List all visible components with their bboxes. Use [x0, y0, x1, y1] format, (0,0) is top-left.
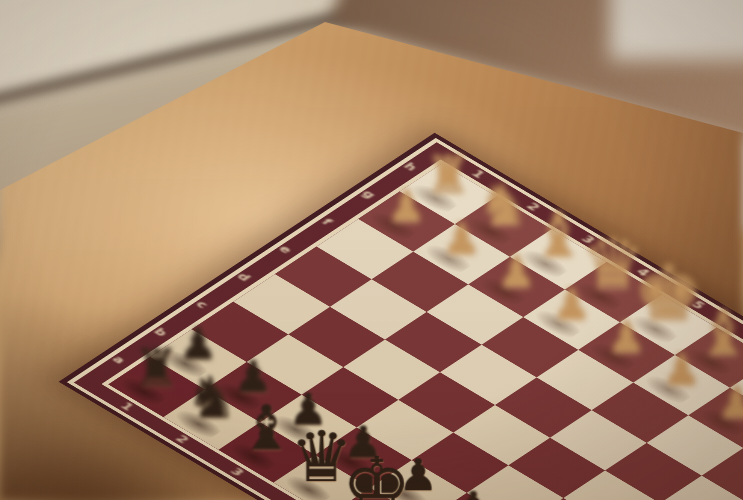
- black-king-icon: ♚: [342, 447, 412, 500]
- photograph: 11hh22gg33ff44ee55dd66cc77bb88aa ♜♞♝♛♚♝♞…: [0, 0, 743, 500]
- white-knight-icon: ♞: [477, 176, 529, 234]
- chess-board: 11hh22gg33ff44ee55dd66cc77bb88aa ♜♞♝♛♚♝♞…: [59, 133, 743, 500]
- black-pawn-icon: ♟: [179, 322, 218, 366]
- white-pawn-icon: ♟: [497, 250, 536, 294]
- coord-letter-f: f: [317, 216, 337, 228]
- coord-letter-e: e: [275, 243, 295, 255]
- coord-letter-g: g: [358, 188, 378, 200]
- board-pieces: ♜♞♝♛♚♝♞♜♟♟♟♟♟♟♟♟♟♟♟♟♟♟♟♟♜♞♝♛♚♝♞♜: [108, 164, 743, 500]
- black-pawn-icon: ♟: [399, 453, 438, 497]
- board-tilt: 11hh22gg33ff44ee55dd66cc77bb88aa ♜♞♝♛♚♝♞…: [59, 133, 743, 500]
- white-rook-icon: ♜: [425, 149, 472, 201]
- board-scene: 11hh22gg33ff44ee55dd66cc77bb88aa ♜♞♝♛♚♝♞…: [0, 0, 743, 500]
- white-bishop-icon: ♝: [695, 303, 743, 365]
- coord-letter-h: h: [400, 161, 420, 173]
- white-pawn-icon: ♟: [717, 381, 743, 425]
- coord-letter-d: d: [233, 271, 253, 283]
- black-pawn-icon: ♟: [454, 486, 493, 500]
- white-pawn-icon: ♟: [552, 283, 591, 327]
- coord-letter-c: c: [192, 299, 212, 311]
- coord-number-2: 2: [523, 201, 543, 213]
